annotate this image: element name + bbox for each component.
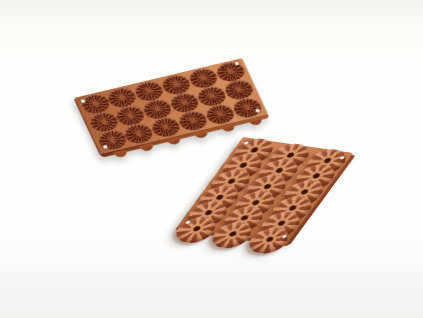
rear-mold — [74, 58, 268, 154]
product-photo-canvas — [0, 0, 423, 318]
front-mold — [177, 137, 353, 243]
